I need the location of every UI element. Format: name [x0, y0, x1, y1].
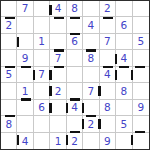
- digit-r8c8: 5: [120, 119, 127, 130]
- cell-r1c8[interactable]: [116, 1, 132, 17]
- cell-r7c4[interactable]: [50, 100, 66, 116]
- digit-r1c2: 7: [22, 3, 29, 14]
- cell-r1c1[interactable]: [1, 1, 17, 17]
- digit-r6c8: 8: [120, 86, 127, 97]
- digit-r1c4: 4: [55, 3, 62, 14]
- adjacent-mark-h-r4-c1: [5, 66, 15, 69]
- cell-r1c9[interactable]: [133, 1, 149, 17]
- cell-r3c4[interactable]: [50, 34, 66, 50]
- digit-r7c3: 6: [38, 102, 45, 113]
- cell-r6c4[interactable]: 2: [50, 83, 66, 99]
- cell-r2c5[interactable]: [67, 17, 83, 33]
- adjacent-mark-v-r9-c1: [17, 135, 20, 145]
- cell-r5c5[interactable]: [67, 67, 83, 83]
- cell-r7c2[interactable]: [17, 100, 33, 116]
- cell-r4c2[interactable]: 9: [17, 50, 33, 66]
- cell-r8c3[interactable]: [34, 116, 50, 132]
- cell-r8c7[interactable]: [100, 116, 116, 132]
- cell-r3c2[interactable]: [17, 34, 33, 50]
- cell-r6c7[interactable]: [100, 83, 116, 99]
- cell-r3c3[interactable]: 1: [34, 34, 50, 50]
- cell-r8c4[interactable]: [50, 116, 66, 132]
- adjacent-mark-v-r5-c3: [49, 70, 52, 80]
- cell-r5c4[interactable]: [50, 67, 66, 83]
- cell-r4c3[interactable]: [34, 50, 50, 66]
- cell-r8c2[interactable]: [17, 116, 33, 132]
- cell-r3c5[interactable]: 6: [67, 34, 83, 50]
- digit-r9c7: 9: [104, 136, 111, 147]
- cell-r6c8[interactable]: 8: [116, 83, 132, 99]
- digit-r6c4: 2: [55, 86, 62, 97]
- adjacent-mark-v-r6-c3: [49, 86, 52, 96]
- cell-r5c9[interactable]: [133, 67, 149, 83]
- cell-r9c1[interactable]: [1, 133, 17, 149]
- adjacent-mark-v-r8-c6: [98, 119, 101, 129]
- cell-r7c3[interactable]: 6: [34, 100, 50, 116]
- puzzle-stage: 748224616759784574127864898254129: [0, 0, 150, 150]
- digit-r7c7: 8: [104, 102, 111, 113]
- adjacent-mark-h-r6-c2: [21, 98, 31, 101]
- cell-r2c8[interactable]: 6: [116, 17, 132, 33]
- cell-r4c5[interactable]: [67, 50, 83, 66]
- adjacent-mark-h-r3-c4: [54, 49, 64, 52]
- cell-r3c7[interactable]: 7: [100, 34, 116, 50]
- cell-r4c6[interactable]: 8: [83, 50, 99, 66]
- cell-r6c6[interactable]: 7: [83, 83, 99, 99]
- cell-r7c5[interactable]: 4: [67, 100, 83, 116]
- adjacent-mark-h-r1-c4: [54, 17, 64, 20]
- cell-r1c4[interactable]: 4: [50, 1, 66, 17]
- adjacent-mark-h-r3-c6: [86, 49, 96, 52]
- cell-r8c6[interactable]: 2: [83, 116, 99, 132]
- cell-r2c7[interactable]: [100, 17, 116, 33]
- adjacent-mark-v-r5-c7: [115, 70, 118, 80]
- digit-r9c4: 1: [55, 136, 62, 147]
- digit-r1c5: 8: [71, 3, 78, 14]
- cell-r2c2[interactable]: [17, 17, 33, 33]
- adjacent-mark-v-r3-c1: [17, 37, 20, 47]
- digit-r6c2: 1: [22, 86, 29, 97]
- adjacent-mark-h-r4-c4: [54, 66, 64, 69]
- cell-r3c9[interactable]: 5: [133, 34, 149, 50]
- cell-r9c3[interactable]: [34, 133, 50, 149]
- cell-r1c5[interactable]: 8: [67, 1, 83, 17]
- cell-r2c4[interactable]: [50, 17, 66, 33]
- cell-r7c9[interactable]: 9: [133, 100, 149, 116]
- digit-r4c2: 9: [22, 53, 29, 64]
- adjacent-mark-h-r7-c1: [5, 115, 15, 118]
- adjacent-mark-v-r5-c2: [33, 70, 36, 80]
- adjacent-mark-v-r7-c5: [82, 103, 85, 113]
- adjacent-mark-v-r4-c7: [115, 54, 118, 64]
- cell-r6c3[interactable]: [34, 83, 50, 99]
- cell-r6c2[interactable]: 1: [17, 83, 33, 99]
- digit-r5c7: 4: [104, 69, 111, 80]
- adjacent-mark-v-r8-c5: [82, 119, 85, 129]
- cell-r6c5[interactable]: [67, 83, 83, 99]
- cell-r9c9[interactable]: [133, 133, 149, 149]
- adjacent-mark-h-r2-c5: [70, 33, 80, 36]
- adjacent-mark-h-r1-c7: [103, 17, 113, 20]
- adjacent-mark-h-r4-c9: [135, 66, 145, 69]
- cell-r4c9[interactable]: [133, 50, 149, 66]
- adjacent-mark-v-r7-c3: [49, 103, 52, 113]
- digit-r7c9: 9: [137, 102, 144, 113]
- digit-r5c1: 5: [5, 69, 12, 80]
- adjacent-mark-v-r1-c3: [49, 5, 52, 15]
- adjacent-mark-h-r4-c2: [21, 66, 31, 69]
- cell-r2c3[interactable]: [34, 17, 50, 33]
- cell-r7c7[interactable]: 8: [100, 100, 116, 116]
- cell-r5c6[interactable]: [83, 67, 99, 83]
- digit-r5c3: 7: [38, 69, 45, 80]
- cell-r7c8[interactable]: [116, 100, 132, 116]
- cell-r9c6[interactable]: [83, 133, 99, 149]
- cell-r9c7[interactable]: 9: [100, 133, 116, 149]
- cell-r3c6[interactable]: [83, 34, 99, 50]
- adjacent-mark-h-r8-c9: [135, 131, 145, 134]
- cell-r1c3[interactable]: [34, 1, 50, 17]
- digit-r3c9: 5: [137, 36, 144, 47]
- cell-r9c2[interactable]: 4: [17, 133, 33, 149]
- digit-r2c8: 6: [120, 20, 127, 31]
- cell-r3c1[interactable]: [1, 34, 17, 50]
- cell-r2c6[interactable]: 4: [83, 17, 99, 33]
- cell-r8c8[interactable]: 5: [116, 116, 132, 132]
- cell-r5c1[interactable]: 5: [1, 67, 17, 83]
- cell-r6c9[interactable]: [133, 83, 149, 99]
- digit-r8c1: 8: [5, 119, 12, 130]
- cell-r1c6[interactable]: [83, 1, 99, 17]
- cell-r6c1[interactable]: [1, 83, 17, 99]
- adjacent-mark-v-r9-c4: [66, 135, 69, 145]
- adjacent-mark-h-r8-c5: [70, 131, 80, 134]
- cell-r4c1[interactable]: [1, 50, 17, 66]
- digit-r3c7: 7: [104, 36, 111, 47]
- digit-r9c5: 2: [71, 136, 78, 147]
- adjacent-mark-h-r1-c5: [70, 17, 80, 20]
- digit-r4c6: 8: [88, 53, 95, 64]
- cell-r5c2[interactable]: [17, 67, 33, 83]
- cell-r8c1[interactable]: 8: [1, 116, 17, 132]
- digit-r4c8: 4: [120, 53, 127, 64]
- cell-r1c7[interactable]: 2: [100, 1, 116, 17]
- cell-r2c1[interactable]: 2: [1, 17, 17, 33]
- cell-r5c3[interactable]: 7: [34, 67, 50, 83]
- adjacent-mark-h-r1-c1: [5, 17, 15, 20]
- adjacent-mark-v-r6-c6: [98, 86, 101, 96]
- digit-r2c6: 4: [88, 20, 95, 31]
- cell-r9c5[interactable]: 2: [67, 133, 83, 149]
- cell-r2c9[interactable]: [133, 17, 149, 33]
- digit-r7c5: 4: [71, 102, 78, 113]
- digit-r2c1: 2: [5, 20, 12, 31]
- digit-r9c2: 4: [22, 136, 29, 147]
- digit-r3c5: 6: [71, 36, 78, 47]
- cell-r1c2[interactable]: 7: [17, 1, 33, 17]
- cell-r3c8[interactable]: [116, 34, 132, 50]
- adjacent-mark-v-r5-c8: [131, 70, 134, 80]
- digit-r3c3: 1: [38, 36, 45, 47]
- cell-r9c4[interactable]: 1: [50, 133, 66, 149]
- digit-r8c6: 2: [88, 119, 95, 130]
- adjacent-mark-h-r4-c7: [103, 66, 113, 69]
- digit-r6c6: 7: [88, 86, 95, 97]
- adjacent-mark-v-r7-c4: [66, 103, 69, 113]
- adjacent-mark-h-r7-c6: [86, 115, 96, 118]
- digit-r1c7: 2: [104, 3, 111, 14]
- adjacent-mark-h-r4-c8: [119, 66, 129, 69]
- cell-r4c8[interactable]: 4: [116, 50, 132, 66]
- adjacent-mark-h-r6-c5: [70, 98, 80, 101]
- puzzle-board: 748224616759784574127864898254129: [0, 0, 150, 150]
- adjacent-mark-v-r9-c8: [131, 135, 134, 145]
- cell-r4c4[interactable]: 7: [50, 50, 66, 66]
- digit-r4c4: 7: [55, 53, 62, 64]
